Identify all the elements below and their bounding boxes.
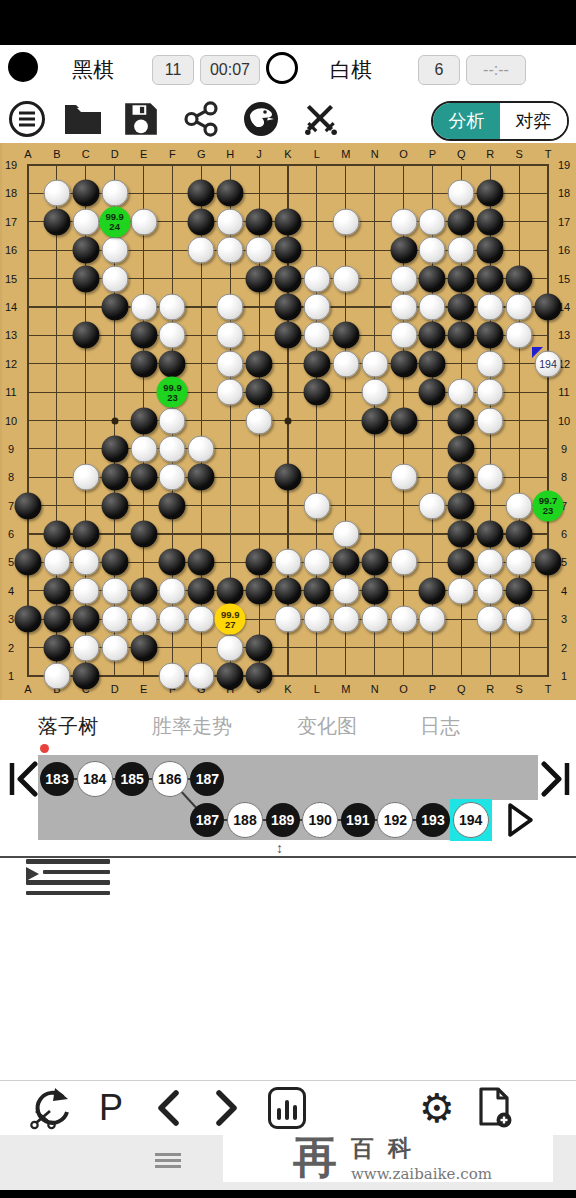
black-stone[interactable] [130,521,157,548]
last-move-marker: 194 [535,350,562,377]
black-stone[interactable] [246,634,273,661]
black-stone[interactable] [188,577,215,604]
coord-label: G [197,148,206,160]
coord-label: 17 [5,216,17,228]
black-stone[interactable] [390,407,417,434]
move-tree-node[interactable]: 183 [40,762,74,796]
black-stone[interactable] [506,577,533,604]
black-stone[interactable] [246,350,273,377]
settings-gear-icon[interactable]: ⚙ [414,1085,460,1131]
white-stone[interactable] [159,663,186,690]
black-stone[interactable] [275,577,302,604]
white-stone[interactable] [72,464,99,491]
coord-label: P [429,683,436,695]
black-stone[interactable] [448,322,475,349]
white-stone[interactable] [477,407,504,434]
tab-log[interactable]: 日志 [420,700,460,755]
coord-label: 9 [561,443,567,455]
white-stone[interactable] [477,293,504,320]
black-stone[interactable] [101,293,128,320]
watermark-logo: 再 百科 www.zaibaike.com [223,1133,553,1182]
black-stone[interactable] [332,549,359,576]
black-stone[interactable] [448,549,475,576]
white-stone[interactable] [130,293,157,320]
move-tree-node[interactable]: 189 [266,803,300,837]
white-captures-badge: 6 [418,55,460,85]
black-stone[interactable] [130,322,157,349]
white-stone[interactable] [275,549,302,576]
coord-label: 3 [561,613,567,625]
black-stone[interactable] [43,208,70,235]
black-stone[interactable] [275,237,302,264]
star-point [285,417,292,424]
white-stone[interactable] [101,634,128,661]
white-stone[interactable] [419,492,446,519]
white-stone[interactable] [332,265,359,292]
ai-suggestion-marker[interactable]: 99.927 [215,604,246,635]
black-stone[interactable] [506,265,533,292]
move-tree-node[interactable]: 186 [152,761,188,797]
white-stone[interactable] [159,293,186,320]
coord-label: 12 [5,358,17,370]
black-stone[interactable] [275,208,302,235]
black-stone[interactable] [246,577,273,604]
black-stone[interactable] [303,379,330,406]
coord-label: 13 [558,329,570,341]
white-stone[interactable] [159,464,186,491]
black-stone[interactable] [188,464,215,491]
white-stone-icon [266,52,298,84]
coord-label: 8 [8,471,14,483]
coord-label: D [111,148,119,160]
white-stone[interactable] [159,577,186,604]
coord-label: 18 [5,187,17,199]
white-stone[interactable] [188,237,215,264]
black-stone[interactable] [130,350,157,377]
gesture-bar [0,1190,576,1198]
tab-notification-dot [40,744,49,753]
white-stone[interactable] [188,606,215,633]
share-icon[interactable] [180,98,222,140]
analysis-chart-icon[interactable] [264,1085,310,1131]
white-stone[interactable] [332,577,359,604]
black-stone[interactable] [130,464,157,491]
mode-switch: 分析 对弈 [431,101,569,141]
white-stone[interactable] [130,208,157,235]
coord-label: N [371,683,379,695]
white-stone[interactable] [188,663,215,690]
open-file-icon[interactable] [62,98,104,140]
save-icon[interactable] [120,98,162,140]
black-stone[interactable] [159,350,186,377]
black-stone[interactable] [72,521,99,548]
coord-label: M [341,683,350,695]
coord-label: L [314,148,320,160]
coord-label: 14 [5,301,17,313]
move-tree-node[interactable]: 188 [227,802,263,838]
white-stone[interactable] [246,237,273,264]
coord-label: R [486,148,494,160]
coord-label: 16 [5,244,17,256]
coord-label: K [284,683,291,695]
coord-label: 5 [8,556,14,568]
coord-label: S [515,148,522,160]
white-stone[interactable] [506,606,533,633]
coord-label: D [111,683,119,695]
coord-label: 2 [561,642,567,654]
white-stone[interactable] [217,634,244,661]
black-stone[interactable] [448,208,475,235]
black-stone[interactable] [188,208,215,235]
black-stone[interactable] [390,237,417,264]
go-app: 黑棋 11 00:07 白棋 6 --:-- 分析 对弈 AA1 [0,0,576,1198]
white-stone[interactable] [217,237,244,264]
black-stone[interactable] [448,521,475,548]
black-stone-icon [8,52,38,82]
black-stone[interactable] [72,663,99,690]
white-time-badge: --:-- [466,55,526,85]
menu-icon[interactable] [6,98,48,140]
black-stone[interactable] [246,663,273,690]
move-tree-node[interactable]: 191 [341,803,375,837]
black-stone[interactable] [217,180,244,207]
coord-label: 4 [561,585,567,597]
black-stone[interactable] [72,322,99,349]
white-stone[interactable] [477,379,504,406]
coord-label: 6 [561,528,567,540]
coord-label: 19 [558,159,570,171]
grid-line [547,164,549,677]
white-player-label: 白棋 [330,45,372,95]
coord-label: 10 [558,415,570,427]
tab-winrate-trend[interactable]: 胜率走势 [152,700,232,755]
black-stone[interactable] [188,180,215,207]
white-stone[interactable] [506,549,533,576]
black-player-label: 黑棋 [72,45,114,95]
black-stone[interactable] [43,521,70,548]
black-stone[interactable] [332,322,359,349]
black-stone[interactable] [477,521,504,548]
ai-suggestion-marker[interactable]: 99.923 [157,377,188,408]
white-stone[interactable] [303,606,330,633]
coord-label: 13 [5,329,17,341]
coord-label: 15 [558,273,570,285]
white-stone[interactable] [448,180,475,207]
white-stone[interactable] [390,606,417,633]
black-stone[interactable] [15,549,42,576]
white-stone[interactable] [217,322,244,349]
player-header: 黑棋 11 00:07 白棋 6 --:-- [0,45,576,95]
black-stone[interactable] [303,577,330,604]
white-stone[interactable] [303,549,330,576]
move-tree-node[interactable]: 193 [416,803,450,837]
hamburger-icon[interactable] [155,1153,181,1169]
white-stone[interactable] [43,663,70,690]
white-stone[interactable] [332,521,359,548]
white-stone[interactable] [130,435,157,462]
coord-label: O [399,683,408,695]
black-stone[interactable] [361,577,388,604]
black-stone[interactable] [477,265,504,292]
coord-label: Q [457,683,466,695]
black-stone[interactable] [419,379,446,406]
brand-url: www.zaibaike.com [351,1165,492,1183]
white-stone[interactable] [303,265,330,292]
black-stone[interactable] [246,208,273,235]
white-stone[interactable] [72,208,99,235]
ai-eagle-icon[interactable] [240,98,282,140]
coord-label: A [24,683,31,695]
black-stone[interactable] [159,549,186,576]
move-tree-section: 183184185186187187188189190191192193194 [0,755,576,845]
white-stone[interactable] [130,606,157,633]
black-stone[interactable] [477,180,504,207]
black-stone[interactable] [188,549,215,576]
black-stone[interactable] [419,577,446,604]
white-stone[interactable] [101,237,128,264]
white-stone[interactable] [448,237,475,264]
white-stone[interactable] [332,350,359,377]
white-stone[interactable] [159,322,186,349]
white-stone[interactable] [217,350,244,377]
white-stone[interactable] [419,606,446,633]
log-list-icon[interactable] [26,859,110,897]
white-stone[interactable] [390,322,417,349]
white-stone[interactable] [419,293,446,320]
last-move-number: 194 [539,358,557,370]
white-stone[interactable] [72,634,99,661]
status-bar [0,0,576,45]
move-tree-node[interactable]: 190 [302,802,338,838]
black-stone[interactable] [101,464,128,491]
white-stone[interactable] [159,407,186,434]
black-stone[interactable] [448,265,475,292]
coord-label: F [169,148,176,160]
black-stone[interactable] [246,265,273,292]
black-stone[interactable] [361,407,388,434]
white-stone[interactable] [390,208,417,235]
white-stone[interactable] [477,464,504,491]
coord-label: M [341,148,350,160]
coord-label: N [371,148,379,160]
white-stone[interactable] [390,464,417,491]
coord-label: O [399,148,408,160]
white-stone[interactable] [217,208,244,235]
black-stone[interactable] [43,577,70,604]
black-stone[interactable] [101,435,128,462]
white-stone[interactable] [101,180,128,207]
black-stone[interactable] [448,435,475,462]
black-stone[interactable] [506,521,533,548]
white-stone[interactable] [101,265,128,292]
white-stone[interactable] [159,606,186,633]
white-stone[interactable] [477,577,504,604]
white-stone[interactable] [361,606,388,633]
white-stone[interactable] [506,293,533,320]
black-stone[interactable] [275,293,302,320]
black-stone[interactable] [43,606,70,633]
black-stone[interactable] [535,549,562,576]
versus-swords-icon[interactable] [300,98,342,140]
white-stone[interactable] [43,180,70,207]
analyze-mode-button[interactable]: 分析 [433,103,500,139]
coord-label: E [140,683,147,695]
white-stone[interactable] [332,606,359,633]
white-stone[interactable] [390,293,417,320]
grid-line [27,675,549,677]
black-stone[interactable] [72,237,99,264]
black-stone[interactable] [217,663,244,690]
white-stone[interactable] [419,237,446,264]
undo-cut-icon[interactable] [27,1085,73,1131]
white-stone[interactable] [361,379,388,406]
coord-label: B [53,148,60,160]
white-stone[interactable] [477,549,504,576]
black-stone[interactable] [72,606,99,633]
black-stone[interactable] [419,265,446,292]
black-stone[interactable] [72,180,99,207]
coord-label: 5 [561,556,567,568]
white-stone[interactable] [217,293,244,320]
black-stone[interactable] [303,350,330,377]
black-stone[interactable] [361,549,388,576]
black-stone[interactable] [275,464,302,491]
coord-label: 15 [5,273,17,285]
white-stone[interactable] [72,549,99,576]
pass-button[interactable]: P [88,1085,134,1131]
black-stone[interactable] [159,492,186,519]
coord-label: 11 [5,386,16,398]
move-tree-node[interactable]: 194 [453,802,489,838]
white-stone[interactable] [361,350,388,377]
white-stone[interactable] [275,606,302,633]
move-tree-node[interactable]: 187 [190,762,224,796]
black-stone[interactable] [130,634,157,661]
black-stone[interactable] [477,237,504,264]
coord-label: 16 [558,244,570,256]
coord-label: E [140,148,147,160]
white-stone[interactable] [217,379,244,406]
black-stone[interactable] [448,407,475,434]
black-stone[interactable] [448,293,475,320]
go-board[interactable]: AA1919BB1818CC1717DD1616EE1515FF1414GG13… [0,143,576,700]
black-stone[interactable] [448,464,475,491]
coord-label: 19 [5,159,17,171]
brand-name: 百科 [351,1133,492,1164]
coord-label: Q [457,148,466,160]
black-stone[interactable] [246,379,273,406]
coord-label: 11 [558,386,569,398]
black-stone[interactable] [275,265,302,292]
coord-label: 9 [8,443,14,455]
move-tree-node[interactable]: 184 [77,761,113,797]
coord-label: A [24,148,31,160]
play-mode-button[interactable]: 对弈 [500,103,567,139]
black-stone[interactable] [419,350,446,377]
coord-label: 6 [8,528,14,540]
black-stone[interactable] [130,577,157,604]
move-tree-node[interactable]: 187 [190,803,224,837]
white-stone[interactable] [419,208,446,235]
black-stone[interactable] [477,208,504,235]
black-stone[interactable] [390,350,417,377]
pass-label: P [99,1087,123,1129]
white-stone[interactable] [101,606,128,633]
coord-label: P [429,148,436,160]
next-move-icon[interactable] [204,1085,250,1131]
coord-label: R [486,683,494,695]
white-stone[interactable] [188,435,215,462]
panel-divider[interactable] [0,856,576,858]
star-point [111,417,118,424]
black-stone[interactable] [15,606,42,633]
coord-label: 17 [558,216,570,228]
white-stone[interactable] [43,549,70,576]
white-stone[interactable] [332,208,359,235]
coord-label: 1 [8,670,14,682]
black-stone[interactable] [419,322,446,349]
black-stone[interactable] [101,549,128,576]
black-stone[interactable] [275,322,302,349]
coord-label: K [284,148,291,160]
white-stone[interactable] [159,435,186,462]
export-file-icon[interactable] [472,1085,518,1131]
coord-label: T [545,683,552,695]
white-stone[interactable] [246,407,273,434]
white-stone[interactable] [390,265,417,292]
black-stone[interactable] [217,577,244,604]
black-stone[interactable] [535,293,562,320]
coord-label: J [256,148,262,160]
move-tree-node[interactable]: 185 [115,762,149,796]
white-stone[interactable] [477,606,504,633]
black-stone[interactable] [477,322,504,349]
black-stone[interactable] [43,634,70,661]
footer: 再 百科 www.zaibaike.com [0,1135,576,1190]
prev-move-icon[interactable] [145,1085,191,1131]
white-stone[interactable] [303,293,330,320]
ai-suggestion-marker[interactable]: 99.924 [99,206,130,237]
black-stone[interactable] [246,549,273,576]
white-stone[interactable] [303,492,330,519]
white-stone[interactable] [448,379,475,406]
white-stone[interactable] [101,577,128,604]
black-stone[interactable] [15,492,42,519]
coord-label: L [314,683,320,695]
white-stone[interactable] [506,322,533,349]
coord-label: C [82,148,90,160]
white-stone[interactable] [303,322,330,349]
black-stone[interactable] [101,492,128,519]
coord-label: T [545,148,552,160]
coord-label: 4 [8,585,14,597]
white-stone[interactable] [390,549,417,576]
white-stone[interactable] [448,577,475,604]
black-stone[interactable] [448,492,475,519]
white-stone[interactable] [477,350,504,377]
tab-variation-map[interactable]: 变化图 [297,700,357,755]
last-move-triangle-icon [532,347,543,358]
move-tree-node[interactable]: 192 [377,802,413,838]
coord-label: 1 [561,670,567,682]
black-stone[interactable] [130,407,157,434]
white-stone[interactable] [72,577,99,604]
black-stone[interactable] [72,265,99,292]
white-stone[interactable] [506,492,533,519]
coord-label: 7 [8,500,14,512]
black-time-badge: 00:07 [200,55,260,85]
ai-suggestion-marker[interactable]: 99.723 [533,490,564,521]
